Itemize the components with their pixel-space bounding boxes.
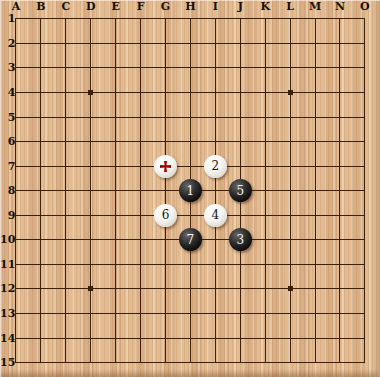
intersection-H1[interactable] — [178, 7, 203, 32]
intersection-I14[interactable] — [203, 326, 228, 351]
grid-line-v — [40, 350, 41, 363]
intersection-C10[interactable] — [53, 228, 78, 253]
intersection-K8[interactable] — [253, 178, 278, 203]
intersection-E1[interactable] — [103, 7, 128, 32]
grid-line-v — [40, 228, 41, 253]
black-stone-H8[interactable]: 1 — [179, 179, 202, 202]
intersection-M8[interactable] — [303, 178, 328, 203]
grid-line-v — [315, 31, 316, 56]
intersection-A9[interactable] — [4, 203, 29, 228]
grid-line-v — [140, 228, 141, 253]
intersection-I10[interactable] — [203, 228, 228, 253]
intersection-A13[interactable] — [4, 301, 29, 326]
intersection-B3[interactable] — [28, 56, 53, 81]
intersection-K6[interactable] — [253, 129, 278, 154]
intersection-O7[interactable] — [352, 154, 377, 179]
intersection-C3[interactable] — [53, 56, 78, 81]
intersection-I6[interactable] — [203, 129, 228, 154]
grid-line-v — [215, 178, 216, 203]
intersection-B15[interactable] — [28, 350, 53, 375]
intersection-A6[interactable] — [4, 129, 29, 154]
intersection-J13[interactable] — [228, 301, 253, 326]
intersection-F10[interactable] — [128, 228, 153, 253]
intersection-I2[interactable] — [203, 31, 228, 56]
intersection-J14[interactable] — [228, 326, 253, 351]
grid-line-v — [115, 301, 116, 326]
intersection-C13[interactable] — [53, 301, 78, 326]
grid-line-v — [339, 277, 340, 302]
intersection-G7[interactable] — [153, 154, 178, 179]
intersection-O6[interactable] — [352, 129, 377, 154]
intersection-E10[interactable] — [103, 228, 128, 253]
grid-line-h — [15, 141, 28, 142]
intersection-D8[interactable] — [78, 178, 103, 203]
intersection-G11[interactable] — [153, 252, 178, 277]
intersection-L2[interactable] — [278, 31, 303, 56]
grid-line-v — [240, 105, 241, 130]
stone-number: 3 — [236, 233, 244, 245]
intersection-F2[interactable] — [128, 31, 153, 56]
intersection-J15[interactable] — [228, 350, 253, 375]
intersection-N13[interactable] — [327, 301, 352, 326]
intersection-H6[interactable] — [178, 129, 203, 154]
intersection-N9[interactable] — [327, 203, 352, 228]
intersection-N15[interactable] — [327, 350, 352, 375]
intersection-K5[interactable] — [253, 105, 278, 130]
intersection-M2[interactable] — [303, 31, 328, 56]
grid-line-v — [265, 350, 266, 363]
black-stone-J10[interactable]: 3 — [229, 228, 252, 251]
intersection-E11[interactable] — [103, 252, 128, 277]
intersection-F13[interactable] — [128, 301, 153, 326]
intersection-E14[interactable] — [103, 326, 128, 351]
intersection-D14[interactable] — [78, 326, 103, 351]
intersection-H5[interactable] — [178, 105, 203, 130]
grid-line-v — [215, 350, 216, 363]
intersection-D1[interactable] — [78, 7, 103, 32]
intersection-C12[interactable] — [53, 277, 78, 302]
intersection-D13[interactable] — [78, 301, 103, 326]
intersection-K14[interactable] — [253, 326, 278, 351]
grid-line-v — [15, 31, 16, 56]
star-point-D12 — [88, 286, 93, 291]
intersection-B11[interactable] — [28, 252, 53, 277]
intersection-H8[interactable]: 1 — [178, 178, 203, 203]
intersection-D5[interactable] — [78, 105, 103, 130]
intersection-J3[interactable] — [228, 56, 253, 81]
intersection-L13[interactable] — [278, 301, 303, 326]
intersection-L3[interactable] — [278, 56, 303, 81]
grid-line-h — [15, 67, 28, 68]
intersection-A2[interactable] — [4, 31, 29, 56]
intersection-E4[interactable] — [103, 80, 128, 105]
grid-line-v — [140, 350, 141, 363]
intersection-N5[interactable] — [327, 105, 352, 130]
white-stone-I7[interactable]: 2 — [204, 155, 227, 178]
intersection-N10[interactable] — [327, 228, 352, 253]
intersection-A12[interactable] — [4, 277, 29, 302]
intersection-N11[interactable] — [327, 252, 352, 277]
intersection-I9[interactable]: 4 — [203, 203, 228, 228]
intersection-A4[interactable] — [4, 80, 29, 105]
intersection-I1[interactable] — [203, 7, 228, 32]
intersection-L8[interactable] — [278, 178, 303, 203]
intersection-G4[interactable] — [153, 80, 178, 105]
intersection-D10[interactable] — [78, 228, 103, 253]
intersection-F12[interactable] — [128, 277, 153, 302]
intersection-L12[interactable] — [278, 277, 303, 302]
intersection-M15[interactable] — [303, 350, 328, 375]
intersection-H9[interactable] — [178, 203, 203, 228]
white-stone-G7[interactable] — [154, 155, 177, 178]
grid-line-v — [90, 350, 91, 363]
intersection-J5[interactable] — [228, 105, 253, 130]
grid-line-v — [115, 80, 116, 105]
intersection-B4[interactable] — [28, 80, 53, 105]
grid-line-v — [315, 301, 316, 326]
intersection-C6[interactable] — [53, 129, 78, 154]
intersection-E3[interactable] — [103, 56, 128, 81]
white-stone-I9[interactable]: 4 — [204, 204, 227, 227]
intersection-F6[interactable] — [128, 129, 153, 154]
intersection-B13[interactable] — [28, 301, 53, 326]
intersection-H3[interactable] — [178, 56, 203, 81]
intersection-N2[interactable] — [327, 31, 352, 56]
intersection-K15[interactable] — [253, 350, 278, 375]
grid-line-v — [115, 228, 116, 253]
intersection-O10[interactable] — [352, 228, 377, 253]
intersection-M7[interactable] — [303, 154, 328, 179]
intersection-C1[interactable] — [53, 7, 78, 32]
intersection-I7[interactable]: 2 — [203, 154, 228, 179]
intersection-M10[interactable] — [303, 228, 328, 253]
intersection-I15[interactable] — [203, 350, 228, 375]
intersection-B2[interactable] — [28, 31, 53, 56]
intersection-L6[interactable] — [278, 129, 303, 154]
grid-line-v — [240, 80, 241, 105]
grid-line-v — [40, 18, 41, 31]
intersection-L1[interactable] — [278, 7, 303, 32]
intersection-J4[interactable] — [228, 80, 253, 105]
intersection-J11[interactable] — [228, 252, 253, 277]
grid-line-v — [140, 203, 141, 228]
intersection-M13[interactable] — [303, 301, 328, 326]
grid-line-v — [65, 326, 66, 351]
grid-line-v — [165, 178, 166, 203]
intersection-G13[interactable] — [153, 301, 178, 326]
intersection-L10[interactable] — [278, 228, 303, 253]
grid-line-v — [115, 203, 116, 228]
intersection-B1[interactable] — [28, 7, 53, 32]
intersection-F4[interactable] — [128, 80, 153, 105]
red-cross-marker — [160, 161, 171, 172]
intersection-F14[interactable] — [128, 326, 153, 351]
intersection-I13[interactable] — [203, 301, 228, 326]
intersection-D2[interactable] — [78, 31, 103, 56]
intersection-K7[interactable] — [253, 154, 278, 179]
intersection-A1[interactable] — [4, 7, 29, 32]
grid-line-v — [15, 18, 16, 31]
grid-line-v — [40, 154, 41, 179]
intersection-C7[interactable] — [53, 154, 78, 179]
intersection-C4[interactable] — [53, 80, 78, 105]
intersection-N7[interactable] — [327, 154, 352, 179]
grid-line-v — [165, 18, 166, 31]
intersection-M1[interactable] — [303, 7, 328, 32]
intersection-H4[interactable] — [178, 80, 203, 105]
intersection-G3[interactable] — [153, 56, 178, 81]
intersection-C9[interactable] — [53, 203, 78, 228]
intersection-G10[interactable] — [153, 228, 178, 253]
grid-line-v — [364, 80, 365, 105]
intersection-K12[interactable] — [253, 277, 278, 302]
intersection-H10[interactable]: 7 — [178, 228, 203, 253]
intersection-F8[interactable] — [128, 178, 153, 203]
intersection-A8[interactable] — [4, 178, 29, 203]
intersection-C11[interactable] — [53, 252, 78, 277]
intersection-M11[interactable] — [303, 252, 328, 277]
intersection-E12[interactable] — [103, 277, 128, 302]
intersection-C8[interactable] — [53, 178, 78, 203]
intersection-D7[interactable] — [78, 154, 103, 179]
intersection-D3[interactable] — [78, 56, 103, 81]
intersection-D15[interactable] — [78, 350, 103, 375]
grid-line-v — [65, 252, 66, 277]
intersection-K11[interactable] — [253, 252, 278, 277]
intersection-I5[interactable] — [203, 105, 228, 130]
intersection-L7[interactable] — [278, 154, 303, 179]
intersection-L14[interactable] — [278, 326, 303, 351]
intersection-B10[interactable] — [28, 228, 53, 253]
intersection-E5[interactable] — [103, 105, 128, 130]
intersection-K9[interactable] — [253, 203, 278, 228]
intersection-O12[interactable] — [352, 277, 377, 302]
intersection-A3[interactable] — [4, 56, 29, 81]
grid-line-v — [165, 301, 166, 326]
intersection-K2[interactable] — [253, 31, 278, 56]
intersection-M6[interactable] — [303, 129, 328, 154]
intersection-F7[interactable] — [128, 154, 153, 179]
grid-line-v — [339, 129, 340, 154]
intersection-F1[interactable] — [128, 7, 153, 32]
intersection-L5[interactable] — [278, 105, 303, 130]
grid-line-v — [115, 277, 116, 302]
intersection-F11[interactable] — [128, 252, 153, 277]
intersection-C2[interactable] — [53, 31, 78, 56]
intersection-M14[interactable] — [303, 326, 328, 351]
intersection-B14[interactable] — [28, 326, 53, 351]
intersection-C14[interactable] — [53, 326, 78, 351]
intersection-J7[interactable] — [228, 154, 253, 179]
intersection-E9[interactable] — [103, 203, 128, 228]
intersection-O2[interactable] — [352, 31, 377, 56]
intersection-A7[interactable] — [4, 154, 29, 179]
grid-line-v — [115, 56, 116, 81]
intersection-J10[interactable]: 3 — [228, 228, 253, 253]
intersection-L4[interactable] — [278, 80, 303, 105]
grid-line-v — [140, 31, 141, 56]
intersection-F9[interactable] — [128, 203, 153, 228]
intersection-J8[interactable]: 5 — [228, 178, 253, 203]
intersection-I3[interactable] — [203, 56, 228, 81]
intersection-N12[interactable] — [327, 277, 352, 302]
grid-line-v — [40, 31, 41, 56]
intersection-O5[interactable] — [352, 105, 377, 130]
intersection-G15[interactable] — [153, 350, 178, 375]
intersection-F15[interactable] — [128, 350, 153, 375]
intersection-D6[interactable] — [78, 129, 103, 154]
intersection-D9[interactable] — [78, 203, 103, 228]
intersection-B5[interactable] — [28, 105, 53, 130]
intersection-C5[interactable] — [53, 105, 78, 130]
intersection-H13[interactable] — [178, 301, 203, 326]
intersection-N1[interactable] — [327, 7, 352, 32]
intersection-I4[interactable] — [203, 80, 228, 105]
intersection-G2[interactable] — [153, 31, 178, 56]
intersection-K1[interactable] — [253, 7, 278, 32]
intersection-B8[interactable] — [28, 178, 53, 203]
grid-line-v — [290, 350, 291, 363]
grid-line-v — [115, 154, 116, 179]
intersection-E2[interactable] — [103, 31, 128, 56]
intersection-I11[interactable] — [203, 252, 228, 277]
intersection-D4[interactable] — [78, 80, 103, 105]
intersection-N6[interactable] — [327, 129, 352, 154]
grid-line-v — [240, 203, 241, 228]
grid-line-v — [65, 105, 66, 130]
intersection-H7[interactable] — [178, 154, 203, 179]
intersection-G12[interactable] — [153, 277, 178, 302]
grid-line-v — [15, 203, 16, 228]
grid-line-v — [165, 80, 166, 105]
intersection-C15[interactable] — [53, 350, 78, 375]
intersection-B9[interactable] — [28, 203, 53, 228]
intersection-K10[interactable] — [253, 228, 278, 253]
intersection-O1[interactable] — [352, 7, 377, 32]
intersection-B6[interactable] — [28, 129, 53, 154]
intersection-O15[interactable] — [352, 350, 377, 375]
grid-line-v — [90, 203, 91, 228]
intersection-E6[interactable] — [103, 129, 128, 154]
grid-line-v — [190, 252, 191, 277]
grid-line-v — [90, 56, 91, 81]
intersection-G8[interactable] — [153, 178, 178, 203]
intersection-M9[interactable] — [303, 203, 328, 228]
intersection-K13[interactable] — [253, 301, 278, 326]
intersection-G5[interactable] — [153, 105, 178, 130]
intersection-A10[interactable] — [4, 228, 29, 253]
grid-line-v — [265, 277, 266, 302]
intersection-O11[interactable] — [352, 252, 377, 277]
intersection-E15[interactable] — [103, 350, 128, 375]
intersection-H11[interactable] — [178, 252, 203, 277]
intersection-F5[interactable] — [128, 105, 153, 130]
intersection-B7[interactable] — [28, 154, 53, 179]
intersection-J2[interactable] — [228, 31, 253, 56]
intersection-I12[interactable] — [203, 277, 228, 302]
grid-line-v — [290, 326, 291, 351]
intersection-H14[interactable] — [178, 326, 203, 351]
intersection-J9[interactable] — [228, 203, 253, 228]
intersection-M4[interactable] — [303, 80, 328, 105]
stone-number: 5 — [236, 184, 244, 196]
grid-line-v — [290, 301, 291, 326]
intersection-N14[interactable] — [327, 326, 352, 351]
grid-line-v — [364, 203, 365, 228]
intersection-O3[interactable] — [352, 56, 377, 81]
intersection-D11[interactable] — [78, 252, 103, 277]
intersection-I8[interactable] — [203, 178, 228, 203]
intersection-L11[interactable] — [278, 252, 303, 277]
intersection-K3[interactable] — [253, 56, 278, 81]
intersection-G1[interactable] — [153, 7, 178, 32]
intersection-A11[interactable] — [4, 252, 29, 277]
intersection-E7[interactable] — [103, 154, 128, 179]
intersection-H15[interactable] — [178, 350, 203, 375]
black-stone-J8[interactable]: 5 — [229, 179, 252, 202]
grid-line-h — [15, 18, 28, 19]
grid-line-v — [315, 154, 316, 179]
black-stone-H10[interactable]: 7 — [179, 228, 202, 251]
grid-line-v — [315, 350, 316, 363]
grid-line-v — [290, 18, 291, 31]
grid-line-v — [140, 56, 141, 81]
intersection-M12[interactable] — [303, 277, 328, 302]
white-stone-G9[interactable]: 6 — [154, 204, 177, 227]
intersection-O13[interactable] — [352, 301, 377, 326]
intersection-H2[interactable] — [178, 31, 203, 56]
intersection-M3[interactable] — [303, 56, 328, 81]
intersection-N4[interactable] — [327, 80, 352, 105]
grid-line-h — [15, 215, 28, 216]
intersection-G6[interactable] — [153, 129, 178, 154]
grid-line-v — [265, 228, 266, 253]
intersection-J1[interactable] — [228, 7, 253, 32]
intersection-G9[interactable]: 6 — [153, 203, 178, 228]
grid-line-v — [290, 105, 291, 130]
grid-line-v — [265, 301, 266, 326]
grid-line-v — [215, 326, 216, 351]
intersection-J12[interactable] — [228, 277, 253, 302]
grid-line-v — [364, 31, 365, 56]
intersection-N3[interactable] — [327, 56, 352, 81]
intersection-A14[interactable] — [4, 326, 29, 351]
intersection-D12[interactable] — [78, 277, 103, 302]
intersection-O4[interactable] — [352, 80, 377, 105]
intersection-O9[interactable] — [352, 203, 377, 228]
intersection-F3[interactable] — [128, 56, 153, 81]
intersection-K4[interactable] — [253, 80, 278, 105]
intersection-E8[interactable] — [103, 178, 128, 203]
intersection-A5[interactable] — [4, 105, 29, 130]
intersection-A15[interactable] — [4, 350, 29, 375]
grid-line-v — [240, 326, 241, 351]
intersection-L15[interactable] — [278, 350, 303, 375]
grid-line-v — [15, 301, 16, 326]
intersection-E13[interactable] — [103, 301, 128, 326]
intersection-H12[interactable] — [178, 277, 203, 302]
intersection-N8[interactable] — [327, 178, 352, 203]
grid-line-h — [15, 92, 28, 93]
intersection-O14[interactable] — [352, 326, 377, 351]
intersection-G14[interactable] — [153, 326, 178, 351]
intersection-O8[interactable] — [352, 178, 377, 203]
intersection-L9[interactable] — [278, 203, 303, 228]
intersection-J6[interactable] — [228, 129, 253, 154]
intersection-M5[interactable] — [303, 105, 328, 130]
grid-line-h — [15, 264, 28, 265]
intersection-B12[interactable] — [28, 277, 53, 302]
